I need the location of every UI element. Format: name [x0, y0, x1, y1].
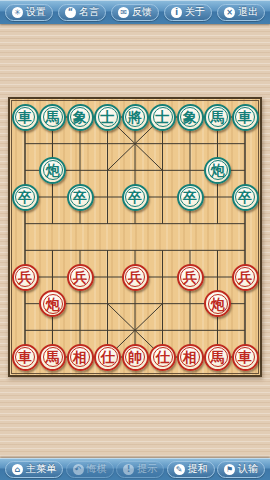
top-toolbar: ✳设置“名言✉反馈i关于×退出: [0, 0, 270, 24]
piece-glyph: 炮: [46, 163, 60, 177]
board-grid-lines: [10, 99, 260, 375]
piece-glyph: 相: [73, 350, 87, 364]
piece-glyph: 馬: [211, 350, 225, 364]
quotes-button[interactable]: “名言: [58, 4, 106, 21]
piece-red-相[interactable]: 相: [177, 344, 204, 371]
about-label: 关于: [185, 5, 205, 19]
piece-black-士[interactable]: 士: [149, 104, 176, 131]
exit-button[interactable]: ×退出: [217, 4, 265, 21]
piece-black-車[interactable]: 車: [12, 104, 39, 131]
close-icon: ×: [224, 7, 235, 18]
info-icon: i: [171, 7, 182, 18]
piece-black-炮[interactable]: 炮: [204, 157, 231, 184]
piece-black-象[interactable]: 象: [177, 104, 204, 131]
piece-red-馬[interactable]: 馬: [39, 344, 66, 371]
pencil-icon: ✎: [174, 464, 185, 475]
piece-red-兵[interactable]: 兵: [232, 264, 259, 291]
speech-bubble-icon: “: [65, 7, 76, 18]
piece-glyph: 兵: [73, 270, 87, 284]
resign-label: 认输: [238, 462, 258, 476]
piece-glyph: 炮: [46, 297, 60, 311]
offer-draw-button[interactable]: ✎提和: [167, 461, 215, 478]
piece-glyph: 卒: [73, 190, 87, 204]
piece-red-炮[interactable]: 炮: [39, 290, 66, 317]
piece-black-士[interactable]: 士: [94, 104, 121, 131]
piece-red-相[interactable]: 相: [67, 344, 94, 371]
piece-glyph: 卒: [238, 190, 252, 204]
piece-red-馬[interactable]: 馬: [204, 344, 231, 371]
piece-black-炮[interactable]: 炮: [39, 157, 66, 184]
quotes-label: 名言: [79, 5, 99, 19]
piece-red-兵[interactable]: 兵: [177, 264, 204, 291]
exit-label: 退出: [238, 5, 258, 19]
piece-glyph: 馬: [46, 350, 60, 364]
bottom-toolbar: ⌂主菜单↶悔棋!提示✎提和⚑认输: [0, 458, 270, 480]
settings-button[interactable]: ✳设置: [5, 4, 53, 21]
gear-icon: ✳: [12, 7, 23, 18]
piece-red-炮[interactable]: 炮: [204, 290, 231, 317]
piece-glyph: 卒: [128, 190, 142, 204]
settings-label: 设置: [26, 5, 46, 19]
offer-draw-label: 提和: [188, 462, 208, 476]
undo-move-button: ↶悔棋: [66, 461, 114, 478]
undo-move-label: 悔棋: [87, 462, 107, 476]
piece-glyph: 兵: [183, 270, 197, 284]
piece-glyph: 車: [18, 110, 32, 124]
bell-icon: !: [123, 464, 134, 475]
main-menu-label: 主菜单: [26, 462, 56, 476]
piece-black-卒[interactable]: 卒: [122, 184, 149, 211]
piece-black-象[interactable]: 象: [67, 104, 94, 131]
piece-glyph: 馬: [211, 110, 225, 124]
piece-black-將[interactable]: 將: [122, 104, 149, 131]
piece-black-馬[interactable]: 馬: [39, 104, 66, 131]
piece-glyph: 將: [128, 110, 142, 124]
piece-glyph: 相: [183, 350, 197, 364]
piece-glyph: 卒: [183, 190, 197, 204]
piece-red-帥[interactable]: 帥: [122, 344, 149, 371]
feedback-button[interactable]: ✉反馈: [111, 4, 159, 21]
piece-black-卒[interactable]: 卒: [232, 184, 259, 211]
piece-glyph: 象: [183, 110, 197, 124]
piece-glyph: 車: [18, 350, 32, 364]
piece-glyph: 車: [238, 350, 252, 364]
piece-red-仕[interactable]: 仕: [94, 344, 121, 371]
hint-button: !提示: [116, 461, 164, 478]
piece-red-仕[interactable]: 仕: [149, 344, 176, 371]
piece-glyph: 象: [73, 110, 87, 124]
piece-glyph: 兵: [238, 270, 252, 284]
piece-glyph: 士: [101, 110, 115, 124]
about-button[interactable]: i关于: [164, 4, 212, 21]
piece-glyph: 仕: [101, 350, 115, 364]
piece-glyph: 馬: [46, 110, 60, 124]
feedback-label: 反馈: [132, 5, 152, 19]
piece-glyph: 炮: [211, 163, 225, 177]
envelope-icon: ✉: [118, 7, 129, 18]
main-menu-button[interactable]: ⌂主菜单: [5, 461, 63, 478]
piece-black-馬[interactable]: 馬: [204, 104, 231, 131]
piece-black-卒[interactable]: 卒: [12, 184, 39, 211]
flag-icon: ⚑: [224, 464, 235, 475]
piece-red-兵[interactable]: 兵: [122, 264, 149, 291]
piece-red-車[interactable]: 車: [12, 344, 39, 371]
piece-black-車[interactable]: 車: [232, 104, 259, 131]
home-icon: ⌂: [12, 464, 23, 475]
piece-glyph: 兵: [128, 270, 142, 284]
piece-glyph: 炮: [211, 297, 225, 311]
piece-glyph: 兵: [18, 270, 32, 284]
piece-black-卒[interactable]: 卒: [177, 184, 204, 211]
piece-glyph: 卒: [18, 190, 32, 204]
piece-glyph: 士: [156, 110, 170, 124]
hint-label: 提示: [137, 462, 157, 476]
undo-arrow-icon: ↶: [73, 464, 84, 475]
piece-glyph: 車: [238, 110, 252, 124]
resign-button[interactable]: ⚑认输: [217, 461, 265, 478]
piece-red-兵[interactable]: 兵: [12, 264, 39, 291]
piece-glyph: 仕: [156, 350, 170, 364]
piece-red-車[interactable]: 車: [232, 344, 259, 371]
piece-black-卒[interactable]: 卒: [67, 184, 94, 211]
xiangqi-board[interactable]: 車馬象士將士象馬車炮炮卒卒卒卒卒兵兵兵兵兵炮炮車馬相仕帥仕相馬車: [8, 97, 262, 377]
piece-glyph: 帥: [128, 350, 142, 364]
piece-red-兵[interactable]: 兵: [67, 264, 94, 291]
